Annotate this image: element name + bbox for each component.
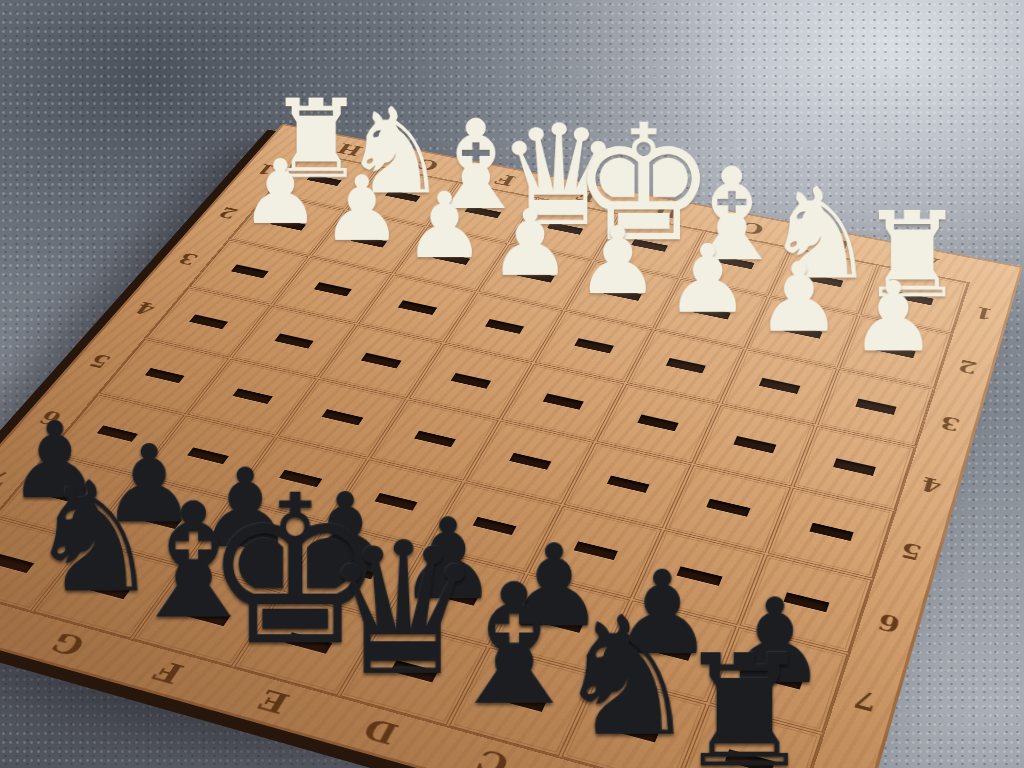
piece-slot <box>631 239 668 252</box>
piece-slot <box>810 523 854 542</box>
piece-slot <box>573 541 618 560</box>
piece-slot <box>517 269 555 283</box>
piece-slot <box>637 415 679 431</box>
piece-slot <box>707 499 751 517</box>
piece-slot <box>231 265 269 278</box>
piece-slot <box>610 719 659 742</box>
piece-slot <box>322 409 363 425</box>
piece-slot <box>537 612 584 633</box>
piece-slot <box>279 470 322 488</box>
piece-slot <box>433 252 470 265</box>
piece-slot <box>677 566 723 586</box>
piece-slot <box>97 425 139 442</box>
piece-slot <box>350 235 387 248</box>
piece-slot <box>574 338 614 353</box>
piece-slot <box>398 301 437 315</box>
piece-slot <box>759 378 800 394</box>
piece-slot <box>332 560 377 580</box>
piece-slot <box>543 393 584 409</box>
piece-slot <box>414 431 456 448</box>
piece-slot <box>375 493 419 511</box>
piece-slot <box>45 487 88 505</box>
piece-slot <box>604 287 642 301</box>
piece-slot <box>465 206 501 218</box>
piece-slot <box>187 447 229 464</box>
piece-slot <box>184 605 230 626</box>
piece-slot <box>189 315 228 329</box>
piece-slot <box>734 436 776 453</box>
piece-slot <box>833 458 876 475</box>
piece-slot <box>0 553 34 572</box>
piece-slot <box>645 639 692 660</box>
piece-slot <box>498 689 547 712</box>
piece-slot <box>666 358 706 373</box>
piece-slot <box>606 475 649 493</box>
piece-slot <box>314 282 352 296</box>
piece-slot <box>270 218 306 231</box>
piece-slot <box>451 373 491 389</box>
piece-slot <box>433 585 479 605</box>
piece-slot <box>805 274 843 288</box>
piece-slot <box>145 368 185 383</box>
piece-slot <box>717 256 754 269</box>
piece-slot <box>362 353 402 368</box>
piece-slot <box>856 399 897 415</box>
piece-slot <box>485 319 524 334</box>
piece-slot <box>232 388 273 404</box>
piece-slot <box>756 667 804 689</box>
piece-slot <box>725 749 775 768</box>
piece-slot <box>85 579 131 599</box>
piece-slot <box>895 292 933 306</box>
piece-slot <box>547 222 584 235</box>
photo-scene: HGFEDCBA HGFEDCBA 12345678 12345678 ♜♞♝♛… <box>0 0 1024 768</box>
piece-slot <box>286 632 333 653</box>
piece-slot <box>385 190 421 202</box>
piece-slot <box>876 343 916 358</box>
piece-slot <box>692 305 731 319</box>
piece-slot <box>473 517 517 536</box>
piece-slot <box>509 453 552 470</box>
piece-slot <box>234 535 279 554</box>
piece-slot <box>274 334 313 349</box>
piece-slot <box>138 510 182 528</box>
chess-board: HGFEDCBA HGFEDCBA 12345678 12345678 ♜♞♝♛… <box>0 124 1023 768</box>
piece-slot <box>307 174 342 186</box>
piece-slot <box>784 592 830 612</box>
piece-slot <box>390 660 438 682</box>
piece-slot <box>783 324 822 339</box>
